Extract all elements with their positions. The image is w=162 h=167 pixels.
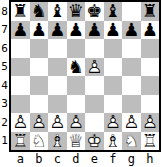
black-piece-glyph: ♝	[48, 2, 67, 21]
square-g4[interactable]	[122, 76, 141, 95]
black-king-icon: ♚	[85, 2, 104, 21]
square-c8[interactable]: ♝	[48, 2, 67, 21]
black-pawn-icon: ♟	[11, 21, 30, 40]
square-h5[interactable]	[141, 58, 160, 77]
square-a4[interactable]	[11, 76, 30, 95]
square-h4[interactable]	[141, 76, 160, 95]
black-piece-glyph: ♟	[85, 21, 104, 40]
black-knight-icon: ♞	[30, 2, 49, 21]
square-g6[interactable]	[122, 39, 141, 58]
file-label-f: f	[104, 151, 123, 167]
square-b2[interactable]: ♟♙	[30, 113, 49, 132]
square-d5[interactable]: ♞	[67, 58, 86, 77]
square-a8[interactable]: ♜	[11, 2, 30, 21]
square-h7[interactable]: ♟	[141, 21, 160, 40]
rank-labels: 87654321	[0, 2, 9, 150]
square-f2[interactable]: ♟♙	[104, 113, 123, 132]
square-d7[interactable]: ♟	[67, 21, 86, 40]
white-pawn-icon: ♟♙	[85, 58, 104, 77]
white-piece-outline: ♗	[48, 132, 67, 151]
square-e1[interactable]: ♚♔	[85, 132, 104, 151]
rank-label-3: 3	[0, 95, 9, 114]
file-label-h: h	[141, 151, 160, 167]
file-label-e: e	[85, 151, 104, 167]
white-knight-icon: ♞♘	[30, 132, 49, 151]
white-pawn-icon: ♟♙	[122, 113, 141, 132]
square-g8[interactable]	[122, 2, 141, 21]
black-pawn-icon: ♟	[30, 21, 49, 40]
black-pawn-icon: ♟	[141, 21, 160, 40]
black-piece-glyph: ♞	[67, 58, 86, 77]
white-pawn-icon: ♟♙	[141, 113, 160, 132]
white-pawn-icon: ♟♙	[30, 113, 49, 132]
white-rook-icon: ♜♖	[141, 132, 160, 151]
black-bishop-icon: ♝	[48, 2, 67, 21]
white-piece-outline: ♙	[11, 113, 30, 132]
black-rook-icon: ♜	[11, 2, 30, 21]
file-labels: abcdefgh	[11, 151, 159, 167]
square-d1[interactable]: ♛♕	[67, 132, 86, 151]
square-c5[interactable]	[48, 58, 67, 77]
rank-label-6: 6	[0, 39, 9, 58]
rank-label-1: 1	[0, 132, 9, 151]
white-pawn-icon: ♟♙	[104, 113, 123, 132]
square-g2[interactable]: ♟♙	[122, 113, 141, 132]
square-b7[interactable]: ♟	[30, 21, 49, 40]
square-e3[interactable]	[85, 95, 104, 114]
file-label-a: a	[11, 151, 30, 167]
black-piece-glyph: ♚	[85, 2, 104, 21]
square-e7[interactable]: ♟	[85, 21, 104, 40]
white-piece-outline: ♙	[122, 113, 141, 132]
square-f4[interactable]	[104, 76, 123, 95]
white-rook-icon: ♜♖	[11, 132, 30, 151]
square-d2[interactable]: ♟♙	[67, 113, 86, 132]
white-king-icon: ♚♔	[85, 132, 104, 151]
black-piece-glyph: ♟	[104, 21, 123, 40]
square-c1[interactable]: ♝♗	[48, 132, 67, 151]
square-b8[interactable]: ♞	[30, 2, 49, 21]
white-piece-outline: ♖	[141, 132, 160, 151]
square-a2[interactable]: ♟♙	[11, 113, 30, 132]
white-pawn-icon: ♟♙	[67, 113, 86, 132]
file-label-g: g	[122, 151, 141, 167]
black-pawn-icon: ♟	[48, 21, 67, 40]
square-h6[interactable]	[141, 39, 160, 58]
square-c7[interactable]: ♟	[48, 21, 67, 40]
white-piece-outline: ♙	[67, 113, 86, 132]
square-c2[interactable]: ♟♙	[48, 113, 67, 132]
white-piece-outline: ♘	[30, 132, 49, 151]
white-queen-icon: ♛♕	[67, 132, 86, 151]
square-d8[interactable]: ♛	[67, 2, 86, 21]
square-e8[interactable]: ♚	[85, 2, 104, 21]
square-g7[interactable]: ♟	[122, 21, 141, 40]
white-piece-outline: ♙	[30, 113, 49, 132]
black-bishop-icon: ♝	[104, 2, 123, 21]
square-b6[interactable]	[30, 39, 49, 58]
file-label-c: c	[48, 151, 67, 167]
square-f1[interactable]: ♝♗	[104, 132, 123, 151]
black-piece-glyph: ♞	[30, 2, 49, 21]
square-e5[interactable]: ♟♙	[85, 58, 104, 77]
white-piece-outline: ♖	[11, 132, 30, 151]
black-pawn-icon: ♟	[104, 21, 123, 40]
black-piece-glyph: ♟	[30, 21, 49, 40]
square-e4[interactable]	[85, 76, 104, 95]
square-d4[interactable]	[67, 76, 86, 95]
white-knight-icon: ♞♘	[122, 132, 141, 151]
square-a6[interactable]	[11, 39, 30, 58]
rank-label-8: 8	[0, 2, 9, 21]
white-pawn-icon: ♟♙	[11, 113, 30, 132]
white-piece-outline: ♙	[48, 113, 67, 132]
chess-board: ♜♞♝♛♚♝♜♟♟♟♟♟♟♟♟♞♟♙♟♙♟♙♟♙♟♙♟♙♟♙♟♙♜♖♞♘♝♗♛♕…	[9, 0, 161, 152]
black-piece-glyph: ♟	[141, 21, 160, 40]
square-b5[interactable]	[30, 58, 49, 77]
square-a7[interactable]: ♟	[11, 21, 30, 40]
square-e2[interactable]	[85, 113, 104, 132]
black-piece-glyph: ♛	[67, 2, 86, 21]
black-piece-glyph: ♟	[67, 21, 86, 40]
square-a1[interactable]: ♜♖	[11, 132, 30, 151]
square-g5[interactable]	[122, 58, 141, 77]
square-e6[interactable]	[85, 39, 104, 58]
square-h1[interactable]: ♜♖	[141, 132, 160, 151]
black-pawn-icon: ♟	[85, 21, 104, 40]
square-g1[interactable]: ♞♘	[122, 132, 141, 151]
file-label-d: d	[67, 151, 86, 167]
rank-label-5: 5	[0, 58, 9, 77]
square-a5[interactable]	[11, 58, 30, 77]
square-c6[interactable]	[48, 39, 67, 58]
rank-label-7: 7	[0, 21, 9, 40]
square-h8[interactable]: ♜	[141, 2, 160, 21]
white-bishop-icon: ♝♗	[104, 132, 123, 151]
square-f5[interactable]	[104, 58, 123, 77]
white-bishop-icon: ♝♗	[48, 132, 67, 151]
black-pawn-icon: ♟	[67, 21, 86, 40]
square-b4[interactable]	[30, 76, 49, 95]
white-piece-outline: ♙	[141, 113, 160, 132]
file-label-b: b	[30, 151, 49, 167]
white-piece-outline: ♙	[85, 58, 104, 77]
white-piece-outline: ♘	[122, 132, 141, 151]
chess-diagram: 87654321 ♜♞♝♛♚♝♜♟♟♟♟♟♟♟♟♞♟♙♟♙♟♙♟♙♟♙♟♙♟♙♟…	[0, 0, 162, 167]
black-knight-icon: ♞	[67, 58, 86, 77]
square-h2[interactable]: ♟♙	[141, 113, 160, 132]
square-f6[interactable]	[104, 39, 123, 58]
white-piece-outline: ♙	[104, 113, 123, 132]
black-piece-glyph: ♟	[11, 21, 30, 40]
black-rook-icon: ♜	[141, 2, 160, 21]
black-piece-glyph: ♟	[122, 21, 141, 40]
white-piece-outline: ♗	[104, 132, 123, 151]
square-c4[interactable]	[48, 76, 67, 95]
rank-label-2: 2	[0, 113, 9, 132]
square-f8[interactable]: ♝	[104, 2, 123, 21]
square-b1[interactable]: ♞♘	[30, 132, 49, 151]
black-queen-icon: ♛	[67, 2, 86, 21]
white-piece-outline: ♕	[67, 132, 86, 151]
square-d6[interactable]	[67, 39, 86, 58]
white-pawn-icon: ♟♙	[48, 113, 67, 132]
black-pawn-icon: ♟	[122, 21, 141, 40]
black-piece-glyph: ♜	[11, 2, 30, 21]
rank-label-4: 4	[0, 76, 9, 95]
black-piece-glyph: ♜	[141, 2, 160, 21]
square-f7[interactable]: ♟	[104, 21, 123, 40]
black-piece-glyph: ♟	[48, 21, 67, 40]
white-piece-outline: ♔	[85, 132, 104, 151]
black-piece-glyph: ♝	[104, 2, 123, 21]
